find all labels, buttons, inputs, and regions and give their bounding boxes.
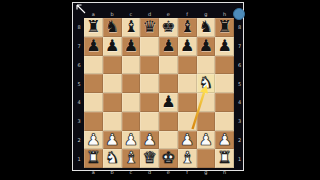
white-pawn[interactable]: ♟	[217, 131, 231, 150]
square-h2[interactable]: ♟	[215, 131, 234, 150]
square-a7[interactable]: ♟	[84, 37, 103, 56]
rank-label-right-1: 1	[238, 156, 241, 161]
cursor-arrow-icon	[75, 3, 87, 15]
black-pawn[interactable]: ♟	[217, 37, 231, 56]
square-b2[interactable]: ♟	[103, 131, 122, 150]
square-h5[interactable]	[215, 74, 234, 93]
black-pawn[interactable]: ♟	[199, 37, 213, 56]
square-c6[interactable]	[122, 56, 141, 75]
square-c4[interactable]	[122, 93, 141, 112]
square-g6[interactable]	[197, 56, 216, 75]
square-f3[interactable]	[178, 112, 197, 131]
rank-label-right-4: 4	[238, 100, 241, 105]
square-h1[interactable]: ♜	[215, 149, 234, 168]
file-label-top-e: e	[167, 11, 170, 16]
rank-label-left-4: 4	[77, 100, 80, 105]
chess-app-panel: ♜♞♝♛♚♝♞♜♟♟♟♟♟♟♟♞♟♟♟♟♟♟♟♟♜♞♝♛♚♝♜ aabbccdd…	[72, 2, 244, 171]
file-label-bottom-c: c	[130, 169, 133, 174]
white-bishop[interactable]: ♝	[180, 149, 194, 168]
square-e2[interactable]	[159, 131, 178, 150]
square-h8[interactable]: ♜	[215, 18, 234, 37]
rank-label-right-5: 5	[238, 81, 241, 86]
square-b6[interactable]	[103, 56, 122, 75]
square-c3[interactable]	[122, 112, 141, 131]
black-rook[interactable]: ♜	[217, 18, 231, 37]
square-g1[interactable]	[197, 149, 216, 168]
square-f5[interactable]	[178, 74, 197, 93]
square-f6[interactable]	[178, 56, 197, 75]
square-a3[interactable]	[84, 112, 103, 131]
file-label-top-h: h	[223, 11, 226, 16]
square-e7[interactable]: ♟	[159, 37, 178, 56]
square-h7[interactable]: ♟	[215, 37, 234, 56]
square-c1[interactable]: ♝	[122, 149, 141, 168]
square-h3[interactable]	[215, 112, 234, 131]
white-pawn[interactable]: ♟	[124, 131, 138, 150]
square-e6[interactable]	[159, 56, 178, 75]
square-f2[interactable]: ♟	[178, 131, 197, 150]
black-bishop[interactable]: ♝	[124, 18, 138, 37]
rank-label-left-3: 3	[77, 119, 80, 124]
rank-label-left-2: 2	[77, 137, 80, 142]
square-a2[interactable]: ♟	[84, 131, 103, 150]
file-label-top-c: c	[130, 11, 133, 16]
white-pawn[interactable]: ♟	[86, 131, 100, 150]
square-d2[interactable]: ♟	[140, 131, 159, 150]
square-c8[interactable]: ♝	[122, 18, 141, 37]
square-g3[interactable]	[197, 112, 216, 131]
file-label-top-d: d	[148, 11, 151, 16]
file-label-top-g: g	[204, 11, 207, 16]
square-h4[interactable]	[215, 93, 234, 112]
square-e4[interactable]: ♟	[159, 93, 178, 112]
square-a5[interactable]	[84, 74, 103, 93]
square-b4[interactable]	[103, 93, 122, 112]
square-d1[interactable]: ♛	[140, 149, 159, 168]
file-label-top-b: b	[111, 11, 114, 16]
file-label-bottom-b: b	[111, 169, 114, 174]
white-rook[interactable]: ♜	[217, 149, 231, 168]
file-label-bottom-a: a	[92, 169, 95, 174]
black-knight[interactable]: ♞	[105, 18, 119, 37]
square-d6[interactable]	[140, 56, 159, 75]
rank-label-right-6: 6	[238, 62, 241, 67]
square-e8[interactable]: ♚	[159, 18, 178, 37]
black-pawn[interactable]: ♟	[105, 37, 119, 56]
square-b1[interactable]: ♞	[103, 149, 122, 168]
black-pawn[interactable]: ♟	[180, 37, 194, 56]
rank-label-left-6: 6	[77, 62, 80, 67]
black-queen[interactable]: ♛	[142, 18, 156, 37]
square-g8[interactable]: ♞	[197, 18, 216, 37]
square-d5[interactable]	[140, 74, 159, 93]
square-d7[interactable]	[140, 37, 159, 56]
rank-label-left-5: 5	[77, 81, 80, 86]
file-label-top-a: a	[92, 11, 95, 16]
square-e1[interactable]: ♚	[159, 149, 178, 168]
black-rook[interactable]: ♜	[86, 18, 100, 37]
black-bishop[interactable]: ♝	[180, 18, 194, 37]
black-pawn[interactable]: ♟	[161, 93, 175, 112]
square-a4[interactable]	[84, 93, 103, 112]
square-d3[interactable]	[140, 112, 159, 131]
white-bishop[interactable]: ♝	[124, 149, 138, 168]
square-g7[interactable]: ♟	[197, 37, 216, 56]
white-knight[interactable]: ♞	[105, 149, 119, 168]
square-g4[interactable]	[197, 93, 216, 112]
square-c5[interactable]	[122, 74, 141, 93]
black-king[interactable]: ♚	[161, 18, 175, 37]
rank-label-left-1: 1	[77, 156, 80, 161]
black-pawn[interactable]: ♟	[124, 37, 138, 56]
square-b5[interactable]	[103, 74, 122, 93]
file-label-bottom-e: e	[167, 169, 170, 174]
square-e3[interactable]	[159, 112, 178, 131]
file-label-bottom-f: f	[186, 169, 188, 174]
chess-board[interactable]: ♜♞♝♛♚♝♞♜♟♟♟♟♟♟♟♞♟♟♟♟♟♟♟♟♜♞♝♛♚♝♜	[84, 18, 234, 168]
square-g2[interactable]: ♟	[197, 131, 216, 150]
rank-label-left-7: 7	[77, 44, 80, 49]
square-a6[interactable]	[84, 56, 103, 75]
square-a1[interactable]: ♜	[84, 149, 103, 168]
square-e5[interactable]	[159, 74, 178, 93]
white-pawn[interactable]: ♟	[142, 131, 156, 150]
black-knight[interactable]: ♞	[199, 18, 213, 37]
white-pawn[interactable]: ♟	[180, 131, 194, 150]
black-pawn[interactable]: ♟	[161, 37, 175, 56]
square-f4[interactable]	[178, 93, 197, 112]
black-pawn[interactable]: ♟	[86, 37, 100, 56]
square-d4[interactable]	[140, 93, 159, 112]
square-f1[interactable]: ♝	[178, 149, 197, 168]
file-label-bottom-d: d	[148, 169, 151, 174]
rank-label-right-7: 7	[238, 44, 241, 49]
square-a8[interactable]: ♜	[84, 18, 103, 37]
square-h6[interactable]	[215, 56, 234, 75]
square-d8[interactable]: ♛	[140, 18, 159, 37]
white-rook[interactable]: ♜	[86, 149, 100, 168]
square-f8[interactable]: ♝	[178, 18, 197, 37]
square-c7[interactable]: ♟	[122, 37, 141, 56]
square-b7[interactable]: ♟	[103, 37, 122, 56]
file-label-bottom-h: h	[223, 169, 226, 174]
white-queen[interactable]: ♛	[142, 149, 156, 168]
rank-label-right-2: 2	[238, 137, 241, 142]
rank-label-left-8: 8	[77, 25, 80, 30]
white-pawn[interactable]: ♟	[199, 131, 213, 150]
white-pawn[interactable]: ♟	[105, 131, 119, 150]
white-king[interactable]: ♚	[161, 149, 175, 168]
square-f7[interactable]: ♟	[178, 37, 197, 56]
rank-label-right-8: 8	[238, 25, 241, 30]
rank-label-right-3: 3	[238, 119, 241, 124]
blue-circle-button[interactable]	[233, 8, 245, 20]
square-b3[interactable]	[103, 112, 122, 131]
file-label-top-f: f	[186, 11, 188, 16]
file-label-bottom-g: g	[204, 169, 207, 174]
square-b8[interactable]: ♞	[103, 18, 122, 37]
square-g5[interactable]: ♞	[197, 74, 216, 93]
white-knight[interactable]: ♞	[199, 74, 213, 93]
square-c2[interactable]: ♟	[122, 131, 141, 150]
